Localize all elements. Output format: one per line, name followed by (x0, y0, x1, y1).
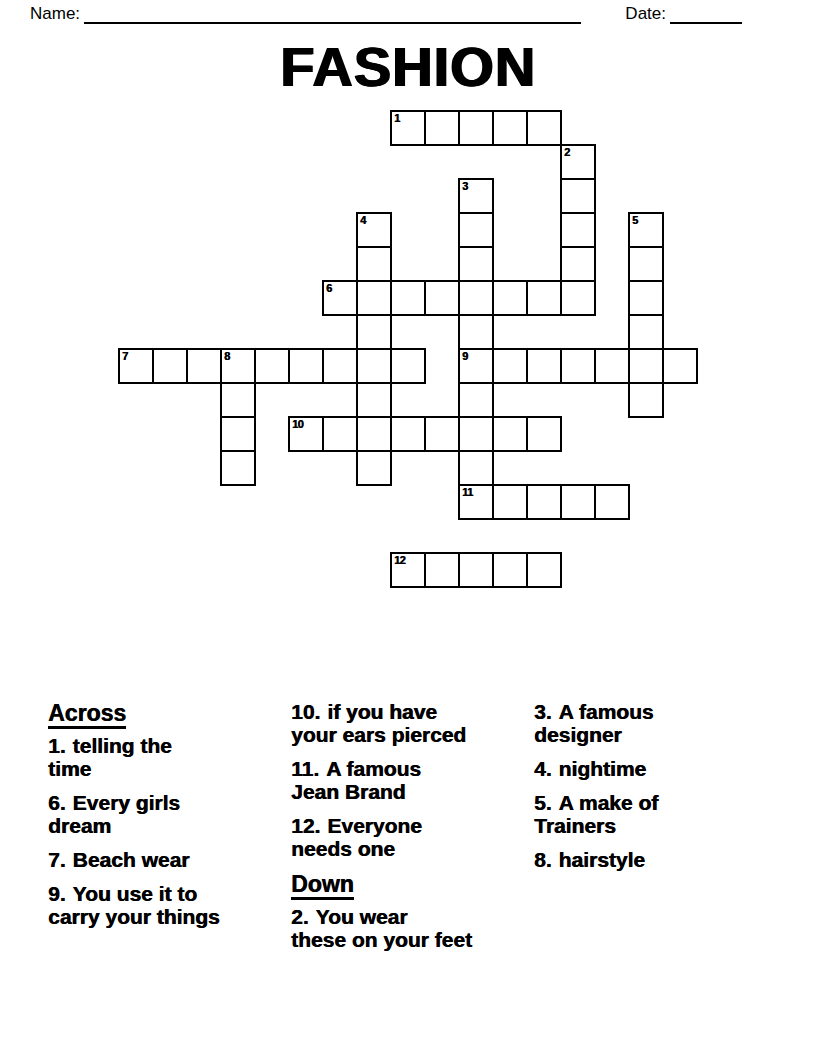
cell-r9c9[interactable] (424, 416, 460, 452)
cell-r7c3[interactable]: 8 (220, 348, 256, 384)
cell-r5c12[interactable] (526, 280, 562, 316)
clue-number: 5 (632, 215, 638, 225)
cell-r7c14[interactable] (594, 348, 630, 384)
cell-r8c3[interactable] (220, 382, 256, 418)
clue-down-8: 8.hairstyle (534, 848, 780, 871)
cell-r0c10[interactable] (458, 110, 494, 146)
cell-r9c8[interactable] (390, 416, 426, 452)
cell-r13c10[interactable] (458, 552, 494, 588)
across-clue-column: Across 1.telling the time 6.Every girls … (48, 700, 286, 939)
down-clue-column: 3.A famous designer 4.nightime 5.A make … (534, 700, 780, 882)
cell-r13c9[interactable] (424, 552, 460, 588)
clue-number: 7 (122, 351, 128, 361)
cell-r11c11[interactable] (492, 484, 528, 520)
cell-r5c10[interactable] (458, 280, 494, 316)
cell-r6c15[interactable] (628, 314, 664, 350)
cell-r3c7[interactable]: 4 (356, 212, 392, 248)
clue-down-3: 3.A famous designer (534, 700, 780, 746)
cell-r8c10[interactable] (458, 382, 494, 418)
clue-number: 9 (462, 351, 468, 361)
cell-r5c11[interactable] (492, 280, 528, 316)
cell-r1c13[interactable]: 2 (560, 144, 596, 180)
cell-r7c8[interactable] (390, 348, 426, 384)
cell-r7c7[interactable] (356, 348, 392, 384)
cell-r7c6[interactable] (322, 348, 358, 384)
cell-r3c15[interactable]: 5 (628, 212, 664, 248)
clue-across-12: 12.Everyone needs one (291, 814, 533, 860)
date-label: Date: (625, 4, 666, 24)
cell-r0c11[interactable] (492, 110, 528, 146)
cell-r9c11[interactable] (492, 416, 528, 452)
cell-r7c13[interactable] (560, 348, 596, 384)
cell-r8c15[interactable] (628, 382, 664, 418)
clue-number: 1 (394, 113, 400, 123)
cell-r4c10[interactable] (458, 246, 494, 282)
cell-r0c12[interactable] (526, 110, 562, 146)
cell-r9c3[interactable] (220, 416, 256, 452)
cell-r9c12[interactable] (526, 416, 562, 452)
clue-across-1: 1.telling the time (48, 734, 286, 780)
middle-clue-column: 10.if you have your ears pierced 11.A fa… (291, 700, 533, 962)
cell-r10c10[interactable] (458, 450, 494, 486)
name-label: Name: (30, 4, 80, 24)
clue-number: 12 (394, 555, 405, 565)
name-blank-line[interactable] (84, 3, 581, 24)
cell-r7c10[interactable]: 9 (458, 348, 494, 384)
cell-r2c10[interactable]: 3 (458, 178, 494, 214)
header: Name: Date: (30, 3, 742, 24)
cell-r4c7[interactable] (356, 246, 392, 282)
clue-across-11: 11.A famous Jean Brand (291, 757, 533, 803)
puzzle-title: FASHION (0, 34, 816, 99)
cell-r5c13[interactable] (560, 280, 596, 316)
cell-r10c7[interactable] (356, 450, 392, 486)
cell-r13c11[interactable] (492, 552, 528, 588)
date-blank-line[interactable] (670, 3, 742, 24)
down-heading: Down (291, 871, 533, 897)
crossword-worksheet: Name: Date: FASHION 123456789101112 Acro… (0, 0, 816, 1056)
cell-r13c8[interactable]: 12 (390, 552, 426, 588)
cell-r10c3[interactable] (220, 450, 256, 486)
cell-r2c13[interactable] (560, 178, 596, 214)
clue-across-10: 10.if you have your ears pierced (291, 700, 533, 746)
cell-r11c12[interactable] (526, 484, 562, 520)
cell-r3c13[interactable] (560, 212, 596, 248)
cell-r7c2[interactable] (186, 348, 222, 384)
cell-r9c5[interactable]: 10 (288, 416, 324, 452)
cell-r5c6[interactable]: 6 (322, 280, 358, 316)
clue-number: 10 (292, 419, 303, 429)
clue-down-5: 5.A make of Trainers (534, 791, 780, 837)
cell-r5c15[interactable] (628, 280, 664, 316)
clue-number: 8 (224, 351, 230, 361)
cell-r3c10[interactable] (458, 212, 494, 248)
clue-number: 2 (564, 147, 570, 157)
cell-r4c13[interactable] (560, 246, 596, 282)
cell-r7c4[interactable] (254, 348, 290, 384)
cell-r8c7[interactable] (356, 382, 392, 418)
cell-r0c9[interactable] (424, 110, 460, 146)
cell-r13c12[interactable] (526, 552, 562, 588)
clue-number: 6 (326, 283, 332, 293)
cell-r5c7[interactable] (356, 280, 392, 316)
cell-r6c10[interactable] (458, 314, 494, 350)
crossword-grid: 123456789101112 (118, 110, 698, 588)
clue-down-4: 4.nightime (534, 757, 780, 780)
cell-r5c9[interactable] (424, 280, 460, 316)
cell-r9c10[interactable] (458, 416, 494, 452)
cell-r6c7[interactable] (356, 314, 392, 350)
cell-r0c8[interactable]: 1 (390, 110, 426, 146)
cell-r7c11[interactable] (492, 348, 528, 384)
clue-across-7: 7.Beach wear (48, 848, 286, 871)
cell-r7c5[interactable] (288, 348, 324, 384)
cell-r7c16[interactable] (662, 348, 698, 384)
cell-r7c1[interactable] (152, 348, 188, 384)
clue-across-9: 9.You use it to carry your things (48, 882, 286, 928)
cell-r11c13[interactable] (560, 484, 596, 520)
cell-r9c7[interactable] (356, 416, 392, 452)
clue-number: 11 (462, 487, 473, 497)
across-heading: Across (48, 700, 286, 726)
cell-r11c14[interactable] (594, 484, 630, 520)
cell-r7c15[interactable] (628, 348, 664, 384)
clue-number: 4 (360, 215, 366, 225)
clue-down-2: 2.You wear these on your feet (291, 905, 533, 951)
cell-r9c6[interactable] (322, 416, 358, 452)
cell-r7c12[interactable] (526, 348, 562, 384)
clue-across-6: 6.Every girls dream (48, 791, 286, 837)
cell-r5c8[interactable] (390, 280, 426, 316)
cell-r4c15[interactable] (628, 246, 664, 282)
cell-r11c10[interactable]: 11 (458, 484, 494, 520)
clue-number: 3 (462, 181, 468, 191)
cell-r7c0[interactable]: 7 (118, 348, 154, 384)
